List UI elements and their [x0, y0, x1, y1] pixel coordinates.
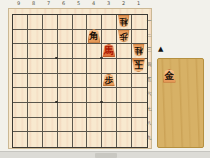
- file-label: 1: [131, 0, 146, 7]
- board-cell[interactable]: [13, 59, 28, 74]
- board-cell[interactable]: [13, 103, 28, 118]
- file-label: 6: [56, 0, 71, 7]
- board-cell[interactable]: [43, 103, 58, 118]
- board-cell[interactable]: [73, 74, 88, 89]
- board-cell[interactable]: [43, 59, 58, 74]
- board-cell[interactable]: [58, 59, 73, 74]
- board-cell[interactable]: [132, 30, 147, 45]
- board-cell[interactable]: [58, 132, 73, 147]
- board-cell[interactable]: [102, 59, 117, 74]
- board-cell[interactable]: [58, 118, 73, 133]
- file-label: 7: [41, 0, 56, 7]
- file-label: 3: [101, 0, 116, 7]
- board-cell[interactable]: [117, 103, 132, 118]
- board-cell[interactable]: [117, 88, 132, 103]
- board-cell[interactable]: [28, 59, 43, 74]
- board-cell[interactable]: [43, 15, 58, 30]
- piece-kanji: 角: [89, 29, 99, 44]
- board-cell[interactable]: [43, 118, 58, 133]
- board-cell[interactable]: [28, 15, 43, 30]
- rank-label: 八: [146, 116, 152, 131]
- board-cell[interactable]: [13, 15, 28, 30]
- board-cell[interactable]: [132, 15, 147, 30]
- board-cell[interactable]: [58, 103, 73, 118]
- board-cell[interactable]: [13, 44, 28, 59]
- board-cell[interactable]: [87, 88, 102, 103]
- board-cell[interactable]: [102, 132, 117, 147]
- board-cell[interactable]: [28, 118, 43, 133]
- board-cell[interactable]: [132, 118, 147, 133]
- board-cell[interactable]: [132, 132, 147, 147]
- board-cell[interactable]: [87, 15, 102, 30]
- board-cell[interactable]: [43, 88, 58, 103]
- rank-label: 二: [146, 28, 152, 43]
- board-cell[interactable]: [58, 15, 73, 30]
- board-cell[interactable]: [117, 59, 132, 74]
- board-cell[interactable]: [13, 88, 28, 103]
- board-cell[interactable]: [43, 30, 58, 45]
- shogi-piece-pawn-sente[interactable]: 歩: [103, 74, 115, 87]
- board-cell[interactable]: [87, 74, 102, 89]
- board-cell[interactable]: [73, 30, 88, 45]
- hand-piece-gold[interactable]: 金: [163, 69, 176, 83]
- board-cell[interactable]: [43, 132, 58, 147]
- rank-label: 七: [146, 101, 152, 116]
- board-cell[interactable]: [13, 132, 28, 147]
- board-cell[interactable]: [73, 59, 88, 74]
- board-cell[interactable]: [73, 88, 88, 103]
- rank-label: 六: [146, 86, 152, 101]
- board-cell[interactable]: [87, 118, 102, 133]
- window-bottom-strip: [0, 151, 210, 158]
- piece-kanji: 歩: [104, 73, 113, 87]
- board-cell[interactable]: [28, 88, 43, 103]
- board-cell[interactable]: [58, 44, 73, 59]
- board-cell[interactable]: [58, 30, 73, 45]
- board-cell[interactable]: [43, 44, 58, 59]
- board-cell[interactable]: [132, 74, 147, 89]
- sente-marker-icon: ▲: [158, 44, 163, 54]
- board-cell[interactable]: [13, 30, 28, 45]
- board-cell[interactable]: [13, 74, 28, 89]
- board-cell[interactable]: [43, 74, 58, 89]
- board-cell[interactable]: [117, 44, 132, 59]
- piece-kanji: 歩: [119, 29, 128, 43]
- shogi-board: 桂歩角馬桂玉歩: [8, 8, 152, 149]
- board-cell[interactable]: [28, 44, 43, 59]
- rank-label: 五: [146, 72, 152, 87]
- strip-segment: [95, 153, 117, 158]
- board-cell[interactable]: [102, 118, 117, 133]
- file-coordinates: 987654321: [11, 0, 146, 7]
- board-cell[interactable]: [102, 15, 117, 30]
- board-cell[interactable]: [87, 44, 102, 59]
- rank-label: 一: [146, 13, 152, 28]
- board-cell[interactable]: [87, 132, 102, 147]
- shogi-piece-bishop-sente[interactable]: 角: [88, 29, 101, 43]
- piece-kanji: 桂: [119, 15, 128, 29]
- file-label: 8: [26, 0, 41, 7]
- board-cell[interactable]: [102, 88, 117, 103]
- board-cell[interactable]: [73, 118, 88, 133]
- board-cell[interactable]: [102, 30, 117, 45]
- board-cell[interactable]: [58, 74, 73, 89]
- board-cell[interactable]: [73, 132, 88, 147]
- board-cell[interactable]: [117, 132, 132, 147]
- rank-coordinates: 一二三四五六七八九: [146, 13, 152, 145]
- board-cell[interactable]: [28, 74, 43, 89]
- rank-label: 四: [146, 57, 152, 72]
- komadai-sente-hand[interactable]: 金: [157, 58, 204, 148]
- shogi-piece-promoted-bishop-sente[interactable]: 馬: [102, 44, 115, 58]
- board-cell[interactable]: [58, 88, 73, 103]
- board-cell[interactable]: [117, 118, 132, 133]
- board-cell[interactable]: [102, 103, 117, 118]
- piece-kanji: 金: [165, 69, 175, 84]
- board-cell[interactable]: [73, 15, 88, 30]
- rank-label: 三: [146, 42, 152, 57]
- file-label: 2: [116, 0, 131, 7]
- board-cell[interactable]: [28, 30, 43, 45]
- file-label: 4: [86, 0, 101, 7]
- piece-kanji: 馬: [104, 43, 114, 58]
- board-cell[interactable]: [117, 74, 132, 89]
- board-cell[interactable]: [87, 103, 102, 118]
- board-cell[interactable]: [132, 103, 147, 118]
- rank-label: 九: [146, 130, 152, 145]
- board-cell[interactable]: [28, 103, 43, 118]
- file-label: 9: [11, 0, 26, 7]
- board-cell[interactable]: [73, 44, 88, 59]
- board-cell[interactable]: [73, 103, 88, 118]
- file-label: 5: [71, 0, 86, 7]
- board-cell[interactable]: [87, 59, 102, 74]
- board-cell[interactable]: [28, 132, 43, 147]
- board-cell[interactable]: [132, 88, 147, 103]
- board-cell[interactable]: [13, 118, 28, 133]
